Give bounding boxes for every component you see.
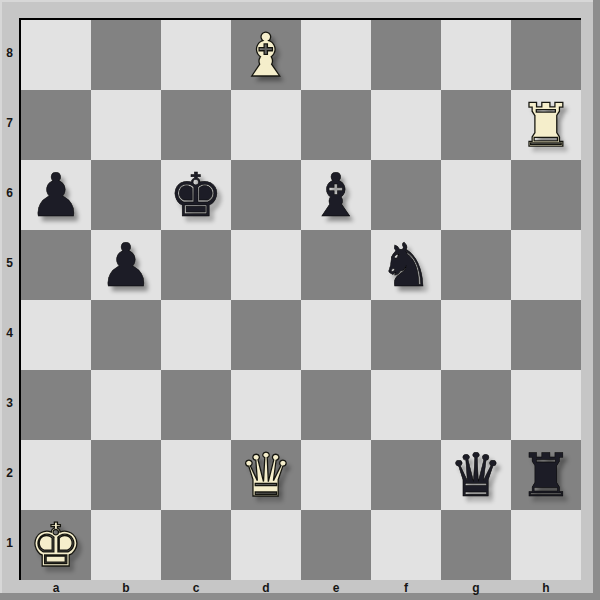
square-g8[interactable] (441, 20, 511, 90)
file-label-a: a (21, 581, 91, 595)
black-pawn[interactable]: ♟ (29, 160, 83, 230)
black-pawn[interactable]: ♟ (99, 230, 153, 300)
square-f4[interactable] (371, 300, 441, 370)
square-e4[interactable] (301, 300, 371, 370)
square-b7[interactable] (91, 90, 161, 160)
white-rook[interactable]: ♜ (519, 90, 573, 160)
square-g4[interactable] (441, 300, 511, 370)
square-a2[interactable] (21, 440, 91, 510)
square-a6[interactable]: ♟ (21, 160, 91, 230)
square-f8[interactable] (371, 20, 441, 90)
file-label-b: b (91, 581, 161, 595)
chess-board: ♝♜♟♚♝♟♞♛♛♜♚ (19, 18, 581, 580)
rank-label-3: 3 (0, 368, 19, 438)
square-h8[interactable] (511, 20, 581, 90)
black-king[interactable]: ♚ (169, 160, 223, 230)
square-e6[interactable]: ♝ (301, 160, 371, 230)
square-d4[interactable] (231, 300, 301, 370)
square-g5[interactable] (441, 230, 511, 300)
square-g7[interactable] (441, 90, 511, 160)
square-a4[interactable] (21, 300, 91, 370)
square-a7[interactable] (21, 90, 91, 160)
rank-label-8: 8 (0, 18, 19, 88)
file-label-f: f (371, 581, 441, 595)
rank-label-6: 6 (0, 158, 19, 228)
square-b4[interactable] (91, 300, 161, 370)
square-d3[interactable] (231, 370, 301, 440)
rank-label-5: 5 (0, 228, 19, 298)
square-b3[interactable] (91, 370, 161, 440)
square-h5[interactable] (511, 230, 581, 300)
square-c6[interactable]: ♚ (161, 160, 231, 230)
square-h4[interactable] (511, 300, 581, 370)
square-c8[interactable] (161, 20, 231, 90)
square-b1[interactable] (91, 510, 161, 580)
square-h2[interactable]: ♜ (511, 440, 581, 510)
square-d8[interactable]: ♝ (231, 20, 301, 90)
square-h6[interactable] (511, 160, 581, 230)
square-e7[interactable] (301, 90, 371, 160)
file-label-c: c (161, 581, 231, 595)
board-frame: ♝♜♟♚♝♟♞♛♛♜♚ 87654321 abcdefgh (0, 0, 600, 600)
square-d2[interactable]: ♛ (231, 440, 301, 510)
square-f6[interactable] (371, 160, 441, 230)
square-h3[interactable] (511, 370, 581, 440)
file-label-g: g (441, 581, 511, 595)
square-e8[interactable] (301, 20, 371, 90)
rank-label-4: 4 (0, 298, 19, 368)
square-c1[interactable] (161, 510, 231, 580)
square-f7[interactable] (371, 90, 441, 160)
square-d6[interactable] (231, 160, 301, 230)
black-bishop[interactable]: ♝ (309, 160, 363, 230)
white-king[interactable]: ♚ (29, 510, 83, 580)
rank-label-1: 1 (0, 508, 19, 578)
square-h7[interactable]: ♜ (511, 90, 581, 160)
square-g3[interactable] (441, 370, 511, 440)
square-g2[interactable]: ♛ (441, 440, 511, 510)
file-label-e: e (301, 581, 371, 595)
white-bishop[interactable]: ♝ (239, 20, 293, 90)
square-c2[interactable] (161, 440, 231, 510)
square-d1[interactable] (231, 510, 301, 580)
square-f5[interactable]: ♞ (371, 230, 441, 300)
square-f3[interactable] (371, 370, 441, 440)
square-d5[interactable] (231, 230, 301, 300)
square-a3[interactable] (21, 370, 91, 440)
square-b5[interactable]: ♟ (91, 230, 161, 300)
black-rook[interactable]: ♜ (519, 440, 573, 510)
file-label-h: h (511, 581, 581, 595)
rank-label-2: 2 (0, 438, 19, 508)
square-f1[interactable] (371, 510, 441, 580)
square-e3[interactable] (301, 370, 371, 440)
square-e1[interactable] (301, 510, 371, 580)
square-a5[interactable] (21, 230, 91, 300)
square-a1[interactable]: ♚ (21, 510, 91, 580)
file-label-d: d (231, 581, 301, 595)
black-knight[interactable]: ♞ (379, 230, 433, 300)
square-f2[interactable] (371, 440, 441, 510)
white-queen[interactable]: ♛ (239, 440, 293, 510)
square-b2[interactable] (91, 440, 161, 510)
square-c7[interactable] (161, 90, 231, 160)
square-g6[interactable] (441, 160, 511, 230)
square-g1[interactable] (441, 510, 511, 580)
black-queen[interactable]: ♛ (449, 440, 503, 510)
square-e2[interactable] (301, 440, 371, 510)
square-c5[interactable] (161, 230, 231, 300)
square-d7[interactable] (231, 90, 301, 160)
square-a8[interactable] (21, 20, 91, 90)
square-c4[interactable] (161, 300, 231, 370)
square-b8[interactable] (91, 20, 161, 90)
square-b6[interactable] (91, 160, 161, 230)
rank-label-7: 7 (0, 88, 19, 158)
square-e5[interactable] (301, 230, 371, 300)
square-h1[interactable] (511, 510, 581, 580)
square-c3[interactable] (161, 370, 231, 440)
